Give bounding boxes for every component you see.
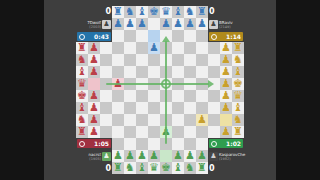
square-j10[interactable] bbox=[184, 114, 196, 126]
green-knight-piece[interactable]: ♞ bbox=[184, 162, 196, 174]
square-d8[interactable] bbox=[112, 90, 124, 102]
square-j7[interactable] bbox=[184, 78, 196, 90]
square-d7[interactable]: ♟ bbox=[112, 78, 124, 90]
square-c9[interactable] bbox=[100, 102, 112, 114]
blue-pawn-piece[interactable]: ♟ bbox=[172, 18, 184, 30]
square-f2[interactable]: ♟ bbox=[136, 18, 148, 30]
square-k8[interactable] bbox=[196, 90, 208, 102]
green-rook-piece[interactable]: ♜ bbox=[196, 162, 208, 174]
square-l10[interactable] bbox=[208, 114, 220, 126]
square-k6[interactable] bbox=[196, 66, 208, 78]
square-h3[interactable] bbox=[160, 30, 172, 42]
square-g4[interactable]: ♟ bbox=[148, 42, 160, 54]
red-pawn-piece[interactable]: ♟ bbox=[88, 126, 100, 138]
player-rating-red: (1905) bbox=[89, 157, 101, 161]
green-bishop-piece[interactable]: ♝ bbox=[136, 162, 148, 174]
square-i8[interactable] bbox=[172, 90, 184, 102]
clock-icon bbox=[79, 34, 85, 40]
square-d10[interactable] bbox=[112, 114, 124, 126]
square-i7[interactable] bbox=[172, 78, 184, 90]
square-i2[interactable]: ♟ bbox=[172, 18, 184, 30]
yellow-pawn-piece[interactable]: ♟ bbox=[220, 126, 232, 138]
blue-pawn-piece[interactable]: ♟ bbox=[160, 18, 172, 30]
square-g1[interactable]: ♚ bbox=[148, 6, 160, 18]
square-j3[interactable] bbox=[184, 30, 196, 42]
clock-icon bbox=[211, 141, 217, 147]
player-panel-top-left-blue: 0 7Dwolf (2003) ♟ 0:43 bbox=[76, 6, 112, 42]
green-queen-piece[interactable]: ♛ bbox=[148, 162, 160, 174]
square-d14[interactable]: ♜ bbox=[112, 162, 124, 174]
square-j9[interactable] bbox=[184, 102, 196, 114]
red-pawn-piece[interactable]: ♟ bbox=[88, 66, 100, 78]
square-f7[interactable] bbox=[136, 78, 148, 90]
square-d11[interactable] bbox=[112, 126, 124, 138]
square-k3[interactable] bbox=[196, 30, 208, 42]
green-king-piece[interactable]: ♚ bbox=[160, 162, 172, 174]
clock-green: 1:02 bbox=[209, 139, 243, 148]
square-j6[interactable] bbox=[184, 66, 196, 78]
clock-yellow: 1:14 bbox=[209, 32, 243, 41]
square-i5[interactable] bbox=[172, 54, 184, 66]
square-c6[interactable] bbox=[100, 66, 112, 78]
square-g8[interactable] bbox=[148, 90, 160, 102]
square-j14[interactable]: ♞ bbox=[184, 162, 196, 174]
four-player-chess-app: ♜♞♝♚♛♝♞♜♟♟♟♟♟♟♟♜♟♟♟♜♞♟♟♞♝♟♟♝♛♟♟♚♚♟♟♛♝♟♟♝… bbox=[0, 0, 320, 180]
score-green: 0 bbox=[209, 164, 243, 173]
square-f9[interactable] bbox=[136, 102, 148, 114]
square-i10[interactable] bbox=[172, 114, 184, 126]
square-c4[interactable] bbox=[100, 42, 112, 54]
green-pawn-piece[interactable]: ♟ bbox=[160, 126, 172, 138]
square-j5[interactable] bbox=[184, 54, 196, 66]
square-i3[interactable] bbox=[172, 30, 184, 42]
avatar-yellow[interactable]: ♟ bbox=[209, 20, 218, 29]
square-e6[interactable] bbox=[124, 66, 136, 78]
left-letterbox-bar bbox=[0, 0, 44, 180]
clock-red: 1:05 bbox=[77, 139, 111, 148]
player-rating-blue: (2003) bbox=[87, 25, 101, 29]
square-h7[interactable] bbox=[160, 78, 172, 90]
right-letterbox-bar bbox=[276, 0, 320, 180]
square-k10[interactable]: ♟ bbox=[196, 114, 208, 126]
square-j11[interactable] bbox=[184, 126, 196, 138]
yellow-pawn-piece[interactable]: ♟ bbox=[220, 102, 232, 114]
square-d5[interactable] bbox=[112, 54, 124, 66]
square-h11[interactable]: ♟ bbox=[160, 126, 172, 138]
score-blue: 0 bbox=[77, 7, 111, 16]
square-d4[interactable] bbox=[112, 42, 124, 54]
square-h12[interactable] bbox=[160, 138, 172, 150]
square-j4[interactable] bbox=[184, 42, 196, 54]
square-i6[interactable] bbox=[172, 66, 184, 78]
avatar-blue[interactable]: ♟ bbox=[102, 20, 111, 29]
square-k4[interactable] bbox=[196, 42, 208, 54]
square-f14[interactable]: ♝ bbox=[136, 162, 148, 174]
square-i4[interactable] bbox=[172, 42, 184, 54]
square-h8[interactable] bbox=[160, 90, 172, 102]
score-yellow: 0 bbox=[209, 7, 243, 16]
player-panel-bottom-left-red: 1:05 nacrst (1905) ♟ 0 bbox=[76, 138, 112, 174]
blue-pawn-piece[interactable]: ♟ bbox=[148, 42, 160, 54]
square-l9[interactable] bbox=[208, 102, 220, 114]
square-f11[interactable] bbox=[136, 126, 148, 138]
player-rating-yellow: (2149) bbox=[219, 25, 233, 29]
avatar-green[interactable]: ♟ bbox=[209, 152, 218, 161]
square-h9[interactable] bbox=[160, 102, 172, 114]
square-e5[interactable] bbox=[124, 54, 136, 66]
square-c10[interactable] bbox=[100, 114, 112, 126]
square-i9[interactable] bbox=[172, 102, 184, 114]
square-d3[interactable] bbox=[112, 30, 124, 42]
square-l7[interactable] bbox=[208, 78, 220, 90]
player-panel-bottom-right-green: 1:02 ♟ KasparovChe (1982) 0 bbox=[208, 138, 244, 174]
square-a11[interactable]: ♜ bbox=[76, 126, 88, 138]
square-l4[interactable] bbox=[208, 42, 220, 54]
red-pawn-piece[interactable]: ♟ bbox=[112, 78, 124, 90]
yellow-pawn-piece[interactable]: ♟ bbox=[196, 114, 208, 126]
clock-blue: 0:43 bbox=[77, 32, 111, 41]
square-i11[interactable] bbox=[172, 126, 184, 138]
square-e3[interactable] bbox=[124, 30, 136, 42]
square-h2[interactable]: ♟ bbox=[160, 18, 172, 30]
square-e11[interactable] bbox=[124, 126, 136, 138]
square-g14[interactable]: ♛ bbox=[148, 162, 160, 174]
square-h4[interactable] bbox=[160, 42, 172, 54]
square-n11[interactable]: ♜ bbox=[232, 126, 244, 138]
green-knight-piece[interactable]: ♞ bbox=[124, 162, 136, 174]
square-k2[interactable]: ♟ bbox=[196, 18, 208, 30]
square-c8[interactable] bbox=[100, 90, 112, 102]
square-c5[interactable] bbox=[100, 54, 112, 66]
square-g5[interactable] bbox=[148, 54, 160, 66]
square-g10[interactable] bbox=[148, 114, 160, 126]
square-f6[interactable] bbox=[136, 66, 148, 78]
square-i14[interactable]: ♝ bbox=[172, 162, 184, 174]
blue-pawn-piece[interactable]: ♟ bbox=[196, 18, 208, 30]
square-l8[interactable] bbox=[208, 90, 220, 102]
player-panel-top-right-yellow: 0 ♟ BRaviv (2149) 1:14 bbox=[208, 6, 244, 42]
blue-pawn-piece[interactable]: ♟ bbox=[184, 18, 196, 30]
square-g9[interactable] bbox=[148, 102, 160, 114]
square-j8[interactable] bbox=[184, 90, 196, 102]
blue-pawn-piece[interactable]: ♟ bbox=[112, 18, 124, 30]
square-c7[interactable] bbox=[100, 78, 112, 90]
blue-king-piece[interactable]: ♚ bbox=[148, 6, 160, 18]
square-l5[interactable] bbox=[208, 54, 220, 66]
red-rook-piece[interactable]: ♜ bbox=[76, 126, 88, 138]
square-e10[interactable] bbox=[124, 114, 136, 126]
square-e9[interactable] bbox=[124, 102, 136, 114]
square-k7[interactable] bbox=[196, 78, 208, 90]
square-h5[interactable] bbox=[160, 54, 172, 66]
square-g6[interactable] bbox=[148, 66, 160, 78]
square-g7[interactable] bbox=[148, 78, 160, 90]
square-l6[interactable] bbox=[208, 66, 220, 78]
square-c11[interactable] bbox=[100, 126, 112, 138]
square-e2[interactable]: ♟ bbox=[124, 18, 136, 30]
square-l11[interactable] bbox=[208, 126, 220, 138]
square-e14[interactable]: ♞ bbox=[124, 162, 136, 174]
score-red: 0 bbox=[77, 164, 111, 173]
square-f4[interactable] bbox=[136, 42, 148, 54]
square-m11[interactable]: ♟ bbox=[220, 126, 232, 138]
square-d9[interactable] bbox=[112, 102, 124, 114]
avatar-red[interactable]: ♟ bbox=[102, 152, 111, 161]
green-rook-piece[interactable]: ♜ bbox=[112, 162, 124, 174]
square-h6[interactable] bbox=[160, 66, 172, 78]
clock-icon bbox=[211, 34, 217, 40]
clock-icon bbox=[79, 141, 85, 147]
square-h14[interactable]: ♚ bbox=[160, 162, 172, 174]
square-g11[interactable] bbox=[148, 126, 160, 138]
green-bishop-piece[interactable]: ♝ bbox=[172, 162, 184, 174]
square-f3[interactable] bbox=[136, 30, 148, 42]
square-g2[interactable] bbox=[148, 18, 160, 30]
square-m9[interactable]: ♟ bbox=[220, 102, 232, 114]
square-e7[interactable] bbox=[124, 78, 136, 90]
player-rating-green: (1982) bbox=[219, 157, 245, 161]
square-d2[interactable]: ♟ bbox=[112, 18, 124, 30]
square-k11[interactable] bbox=[196, 126, 208, 138]
yellow-rook-piece[interactable]: ♜ bbox=[232, 126, 244, 138]
square-k5[interactable] bbox=[196, 54, 208, 66]
square-f8[interactable] bbox=[136, 90, 148, 102]
square-f10[interactable] bbox=[136, 114, 148, 126]
square-j2[interactable]: ♟ bbox=[184, 18, 196, 30]
square-b11[interactable]: ♟ bbox=[88, 126, 100, 138]
square-f5[interactable] bbox=[136, 54, 148, 66]
square-e4[interactable] bbox=[124, 42, 136, 54]
blue-pawn-piece[interactable]: ♟ bbox=[136, 18, 148, 30]
square-e8[interactable] bbox=[124, 90, 136, 102]
square-b6[interactable]: ♟ bbox=[88, 66, 100, 78]
square-k14[interactable]: ♜ bbox=[196, 162, 208, 174]
blue-pawn-piece[interactable]: ♟ bbox=[124, 18, 136, 30]
